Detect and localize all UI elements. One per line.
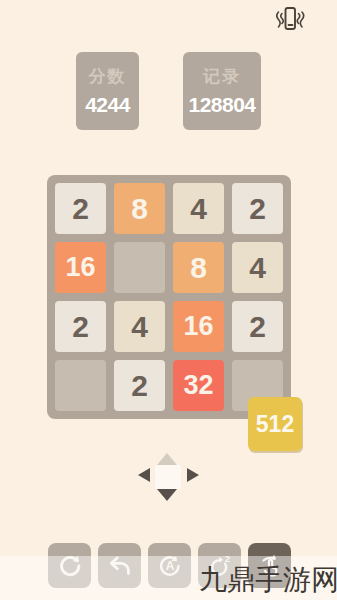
arrow-down-icon[interactable] xyxy=(157,489,177,501)
board[interactable]: 2 8 4 2 16 8 4 2 4 16 2 2 32 xyxy=(47,175,291,419)
best-label: 记录 xyxy=(203,65,241,88)
board-cell-r4c1 xyxy=(55,360,106,411)
score-box: 分数 4244 xyxy=(76,52,139,130)
board-cell-r2c4: 4 xyxy=(232,242,283,293)
board-cell-r4c2: 2 xyxy=(114,360,165,411)
tile-512: 512 xyxy=(248,397,302,451)
board-cell-r3c2: 4 xyxy=(114,301,165,352)
board-cell-r2c2 xyxy=(114,242,165,293)
board-cell-r1c4: 2 xyxy=(232,183,283,234)
best-score-box: 记录 128804 xyxy=(183,52,261,130)
arrow-right-icon[interactable] xyxy=(187,468,199,482)
board-cell-r1c1: 2 xyxy=(55,183,106,234)
watermark-text: 九鼎手游网 xyxy=(199,561,337,599)
board-cell-r2c1: 16 xyxy=(55,242,106,293)
arrow-up-icon[interactable] xyxy=(157,453,177,465)
best-value: 128804 xyxy=(188,93,255,117)
arrow-left-icon[interactable] xyxy=(138,468,150,482)
board-cell-r4c3: 32 xyxy=(173,360,224,411)
score-value: 4244 xyxy=(85,93,130,117)
board-cell-r1c2: 8 xyxy=(114,183,165,234)
dpad-center xyxy=(155,464,181,490)
game-screen: 分数 4244 记录 128804 2 8 4 2 16 8 4 2 4 16 … xyxy=(0,0,337,600)
board-cell-r3c4: 2 xyxy=(232,301,283,352)
score-label: 分数 xyxy=(89,65,127,88)
board-cell-r3c3: 16 xyxy=(173,301,224,352)
phone-vibrate-icon[interactable] xyxy=(274,6,306,33)
board-cell-r3c1: 2 xyxy=(55,301,106,352)
board-cell-r1c3: 4 xyxy=(173,183,224,234)
board-cell-r2c3: 8 xyxy=(173,242,224,293)
